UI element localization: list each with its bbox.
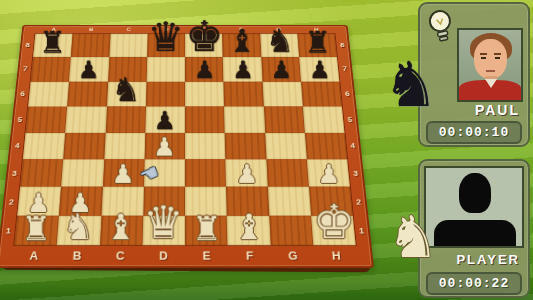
square-a8[interactable]: ♜ [33, 34, 73, 58]
file-label: B [55, 246, 99, 266]
square-f4[interactable] [225, 133, 266, 160]
square-d7[interactable] [146, 57, 185, 81]
square-g8[interactable]: ♞ [260, 34, 299, 58]
square-g3[interactable] [266, 159, 309, 187]
portrait-face [474, 39, 507, 79]
black-pawn-f7[interactable]: ♟ [232, 58, 254, 82]
square-c6[interactable]: ♞ [107, 82, 147, 107]
file-label: A [11, 246, 56, 266]
square-h3[interactable]: ♟ [307, 159, 350, 187]
black-pawn-h7[interactable]: ♟ [309, 58, 331, 82]
player-clock: 00:00:22 [426, 272, 522, 295]
white-pawn-d4[interactable]: ♟ [153, 134, 176, 159]
chess-board: ABCDEFGH ABCDEFGH 87654321 87654321 ♜♛♚♝… [0, 25, 374, 268]
lightbulb-icon [425, 7, 458, 46]
black-pawn-d5[interactable]: ♟ [154, 108, 176, 133]
square-g6[interactable] [262, 82, 302, 107]
square-d4[interactable]: ♟ [144, 133, 185, 160]
square-h5[interactable] [303, 107, 345, 133]
square-e6[interactable] [185, 82, 224, 107]
square-e3[interactable] [185, 159, 226, 187]
file-label: C [110, 26, 148, 33]
square-d1[interactable]: ♛ [142, 216, 185, 246]
black-king-e8[interactable]: ♚ [185, 15, 223, 57]
black-knight-g8[interactable]: ♞ [266, 26, 294, 58]
square-e5[interactable] [185, 107, 225, 133]
player-portrait [424, 166, 524, 248]
opponent-clock: 00:00:10 [426, 121, 522, 144]
square-b6[interactable] [67, 82, 107, 107]
square-a6[interactable] [28, 82, 69, 107]
square-a7[interactable] [31, 57, 71, 81]
file-label: C [98, 246, 142, 266]
game-screen: ABCDEFGH ABCDEFGH 87654321 87654321 ♜♛♚♝… [0, 0, 533, 300]
square-h8[interactable]: ♜ [297, 34, 337, 58]
square-d6[interactable] [146, 82, 185, 107]
board-grid: ♜♛♚♝♞♜♟♟♟♟♟♞♟♟♟♟♟♟♟♜♞♝♛♜♝♚ [13, 33, 357, 246]
square-a5[interactable] [26, 107, 68, 133]
square-a3[interactable] [20, 159, 63, 187]
white-knight-icon: ♞ [387, 208, 439, 266]
file-labels-bottom: ABCDEFGH [11, 246, 359, 266]
square-g2[interactable] [267, 187, 310, 216]
white-pawn-h3[interactable]: ♟ [318, 161, 341, 187]
square-d8[interactable]: ♛ [147, 34, 185, 58]
white-rook-e1[interactable]: ♜ [191, 212, 221, 246]
black-pawn-g7[interactable]: ♟ [271, 58, 293, 82]
square-f1[interactable]: ♝ [227, 216, 270, 246]
white-king-h1[interactable]: ♚ [313, 198, 355, 245]
square-c1[interactable]: ♝ [100, 216, 143, 246]
file-label: D [142, 246, 185, 266]
square-d5[interactable]: ♟ [145, 107, 185, 133]
white-pawn-f3[interactable]: ♟ [235, 161, 258, 187]
black-knight-icon: ♞ [383, 54, 439, 116]
white-rook-a1[interactable]: ♜ [21, 212, 51, 246]
white-bishop-f1[interactable]: ♝ [233, 210, 265, 246]
square-h7[interactable]: ♟ [299, 57, 339, 81]
square-b3[interactable] [61, 159, 104, 187]
white-bishop-c1[interactable]: ♝ [105, 210, 137, 246]
square-c4[interactable] [104, 133, 145, 160]
square-c5[interactable] [105, 107, 146, 133]
square-h1[interactable]: ♚ [311, 216, 356, 246]
square-g1[interactable] [269, 216, 313, 246]
opponent-portrait [457, 28, 523, 102]
black-rook-a8[interactable]: ♜ [39, 27, 66, 57]
black-queen-d8[interactable]: ♛ [148, 17, 184, 57]
black-rook-h8[interactable]: ♜ [305, 27, 332, 57]
square-e7[interactable]: ♟ [185, 57, 224, 81]
square-g4[interactable] [265, 133, 307, 160]
square-b1[interactable]: ♞ [57, 216, 101, 246]
square-e1[interactable]: ♜ [185, 216, 228, 246]
square-b5[interactable] [65, 107, 106, 133]
white-queen-d1[interactable]: ♛ [143, 200, 184, 245]
file-label: H [314, 246, 359, 266]
square-g5[interactable] [263, 107, 304, 133]
square-e4[interactable] [185, 133, 226, 160]
file-label: B [72, 26, 110, 33]
file-label: E [185, 246, 228, 266]
square-g7[interactable]: ♟ [261, 57, 301, 81]
square-a4[interactable] [23, 133, 66, 160]
square-c8[interactable] [109, 34, 148, 58]
square-f8[interactable]: ♝ [222, 34, 261, 58]
silhouette-head [459, 173, 491, 213]
file-label: F [228, 246, 272, 266]
square-h4[interactable] [305, 133, 348, 160]
white-knight-b1[interactable]: ♞ [62, 210, 94, 246]
white-pawn-c3[interactable]: ♟ [112, 161, 135, 187]
square-a1[interactable]: ♜ [14, 216, 59, 246]
file-label: G [271, 246, 315, 266]
black-bishop-f8[interactable]: ♝ [228, 26, 256, 58]
silhouette-shoulders [434, 220, 516, 246]
square-f5[interactable] [224, 107, 265, 133]
square-b7[interactable]: ♟ [69, 57, 109, 81]
black-knight-c6[interactable]: ♞ [112, 74, 141, 107]
square-b8[interactable] [71, 34, 110, 58]
square-e8[interactable]: ♚ [185, 34, 223, 58]
square-h6[interactable] [301, 82, 342, 107]
square-f6[interactable] [224, 82, 264, 107]
square-b4[interactable] [63, 133, 105, 160]
black-pawn-b7[interactable]: ♟ [78, 58, 100, 82]
square-f7[interactable]: ♟ [223, 57, 262, 81]
square-f3[interactable]: ♟ [226, 159, 268, 187]
black-pawn-e7[interactable]: ♟ [193, 58, 215, 82]
